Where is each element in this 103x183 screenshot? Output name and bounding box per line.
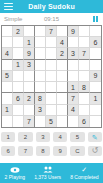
sudoku-cell-r1c9[interactable] [90,26,101,37]
sudoku-cell-r5c4[interactable] [35,71,46,82]
sudoku-cell-r9c3[interactable]: 7 [24,116,35,127]
sudoku-cell-r2c5[interactable] [46,37,57,48]
playing-label: 2 Playing [5,174,26,180]
footer-stats-bar: 2 Playing 1,373 Users ✓ 8 Completed [0,163,103,183]
pause-icon [93,16,95,22]
numpad-2[interactable]: 2 [18,132,32,142]
sudoku-cell-r2c8[interactable] [79,37,90,48]
numpad-5[interactable]: 5 [70,132,84,142]
sudoku-cell-r4c5[interactable] [46,60,57,71]
sudoku-cell-r4c3[interactable]: 3 [24,60,35,71]
sudoku-cell-r3c6[interactable]: 2 [57,48,68,59]
sudoku-cell-r5c6[interactable] [57,71,68,82]
sudoku-cell-r2c7[interactable] [68,37,79,48]
playing-stat[interactable]: 2 Playing [5,167,26,180]
sudoku-cell-r6c1[interactable] [2,82,13,93]
sudoku-cell-r3c5[interactable] [46,48,57,59]
sudoku-cell-r9c4[interactable] [35,116,46,127]
sudoku-cell-r5c9[interactable]: 9 [90,71,101,82]
sudoku-cell-r7c6[interactable] [57,93,68,104]
sudoku-cell-r1c6[interactable] [57,26,68,37]
completed-label: 8 Completed [70,174,98,180]
sudoku-cell-r6c4[interactable] [35,82,46,93]
sudoku-cell-r7c9[interactable]: 1 [90,93,101,104]
pause-button[interactable] [93,16,98,22]
undo-button[interactable]: ↺ [88,146,102,156]
users-stat[interactable]: 1,373 Users [34,166,61,180]
sudoku-cell-r5c1[interactable]: 5 [2,71,13,82]
sudoku-cell-r8c8[interactable] [79,105,90,116]
numpad-8[interactable]: 8 [36,146,50,156]
sudoku-cell-r7c4[interactable]: 8 [35,93,46,104]
sudoku-cell-r5c3[interactable] [24,71,35,82]
sudoku-cell-r8c2[interactable] [13,105,24,116]
number-pad: 12345✎6789C↺ [1,132,102,156]
sudoku-cell-r7c1[interactable] [2,93,13,104]
sudoku-cell-r6c3[interactable] [24,82,35,93]
numpad-row-2: 6789C↺ [1,146,102,156]
sudoku-cell-r6c9[interactable] [90,82,101,93]
sudoku-cell-r6c5[interactable] [46,82,57,93]
users-label: 1,373 Users [34,174,61,180]
sudoku-cell-r5c8[interactable] [79,71,90,82]
sudoku-cell-r4c4[interactable] [35,60,46,71]
undo-icon: ↺ [91,147,98,155]
sudoku-cell-r9c6[interactable] [57,116,68,127]
sudoku-cell-r4c8[interactable] [79,60,90,71]
sudoku-cell-r2c6[interactable]: 4 [57,37,68,48]
sudoku-cell-r9c7[interactable] [68,116,79,127]
sudoku-cell-r7c8[interactable] [79,93,90,104]
sudoku-cell-r1c1[interactable] [2,26,13,37]
sudoku-cell-r7c2[interactable]: 6 [13,93,24,104]
sudoku-cell-r1c7[interactable]: 9 [68,26,79,37]
sudoku-cell-r4c9[interactable] [90,60,101,71]
sudoku-cell-r7c3[interactable]: 2 [24,93,35,104]
sudoku-cell-r5c7[interactable] [68,71,79,82]
numpad-7[interactable]: 7 [18,146,32,156]
sudoku-cell-r1c2[interactable]: 2 [13,26,24,37]
sudoku-cell-r9c8[interactable]: 6 [79,116,90,127]
sudoku-cell-r4c6[interactable] [57,60,68,71]
status-row: Simple 09:15 [0,13,103,25]
users-icon [43,166,53,173]
sudoku-cell-r2c3[interactable]: 1 [24,37,35,48]
sudoku-cell-r7c5[interactable] [46,93,57,104]
sudoku-cell-r9c5[interactable]: 5 [46,116,57,127]
sudoku-cell-r3c9[interactable] [90,48,101,59]
sudoku-cell-r8c1[interactable]: 1 [2,105,13,116]
game-timer: 09:15 [0,16,103,22]
eye-icon [10,167,20,173]
numpad-3[interactable]: 3 [36,132,50,142]
sudoku-cell-r7c7[interactable]: 7 [68,93,79,104]
sudoku-cell-r5c2[interactable] [13,71,24,82]
numpad-1[interactable]: 1 [1,132,15,142]
clear-button[interactable]: C [70,146,84,156]
sudoku-cell-r1c4[interactable] [35,26,46,37]
sudoku-cell-r1c5[interactable]: 7 [46,26,57,37]
pencil-button[interactable]: ✎ [88,132,102,142]
sudoku-cell-r2c2[interactable] [13,37,24,48]
sudoku-cell-r3c4[interactable] [35,48,46,59]
sudoku-cell-r5c5[interactable] [46,71,57,82]
sudoku-cell-r8c7[interactable]: 4 [68,105,79,116]
sudoku-cell-r2c9[interactable]: 6 [90,37,101,48]
sudoku-cell-r4c2[interactable]: 1 [13,60,24,71]
sudoku-cell-r2c1[interactable] [2,37,13,48]
page-title: Daily Sudoku [0,3,103,10]
sudoku-cell-r9c1[interactable] [2,116,13,127]
sudoku-cell-r3c8[interactable]: 7 [79,48,90,59]
sudoku-cell-r8c3[interactable] [24,105,35,116]
sudoku-cell-r6c6[interactable] [57,82,68,93]
sudoku-cell-r8c5[interactable] [46,105,57,116]
numpad-4[interactable]: 4 [53,132,67,142]
sudoku-cell-r8c6[interactable] [57,105,68,116]
sudoku-cell-r4c1[interactable] [2,60,13,71]
numpad-row-1: 12345✎ [1,132,102,142]
sudoku-cell-r3c1[interactable]: 4 [2,48,13,59]
numpad-9[interactable]: 9 [53,146,67,156]
sudoku-cell-r6c8[interactable]: 8 [79,82,90,93]
numpad-6[interactable]: 6 [1,146,15,156]
sudoku-board: 2791464923713591862871134756 [1,25,102,128]
pencil-icon: ✎ [92,134,98,141]
sudoku-cell-r3c2[interactable] [13,48,24,59]
sudoku-cell-r8c9[interactable] [90,105,101,116]
sudoku-cell-r2c4[interactable] [35,37,46,48]
sudoku-cell-r3c3[interactable]: 9 [24,48,35,59]
sudoku-cell-r9c9[interactable] [90,116,101,127]
sudoku-cell-r1c3[interactable] [24,26,35,37]
sudoku-cell-r4c7[interactable] [68,60,79,71]
sudoku-cell-r9c2[interactable] [13,116,24,127]
sudoku-cell-r3c7[interactable]: 3 [68,48,79,59]
check-icon: ✓ [81,166,87,173]
app-bar: Daily Sudoku [0,0,103,13]
sudoku-cell-r6c7[interactable]: 1 [68,82,79,93]
sudoku-cell-r1c8[interactable] [79,26,90,37]
sudoku-cell-r8c4[interactable]: 3 [35,105,46,116]
pause-icon [96,16,98,22]
completed-stat[interactable]: ✓ 8 Completed [70,166,98,180]
sudoku-cell-r6c2[interactable] [13,82,24,93]
